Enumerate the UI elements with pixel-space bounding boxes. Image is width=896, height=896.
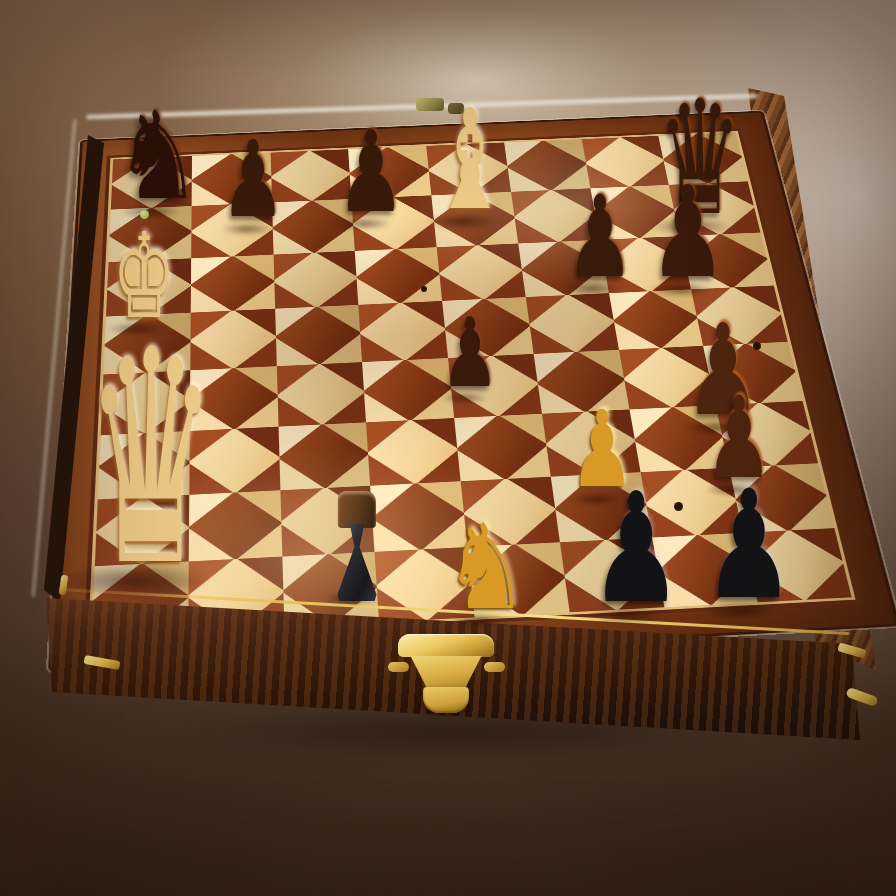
clasp-plate: [398, 634, 494, 657]
bishop-glyph: ♝: [432, 95, 509, 226]
square-c5[interactable]: [275, 305, 363, 366]
square-d3[interactable]: [366, 418, 460, 486]
goblet-stem: [331, 524, 382, 601]
clasp-body: [398, 656, 494, 688]
wood-knot: [753, 342, 761, 350]
wood-knot: [674, 502, 683, 511]
goblet-cup: [338, 491, 376, 528]
pawn-glyph: ♟: [441, 308, 500, 399]
pawn-glyph: ♟: [703, 474, 794, 617]
knight-glyph: ♞: [444, 511, 529, 623]
pawn-glyph: ♟: [590, 477, 683, 621]
pawn-glyph: ♟: [337, 119, 406, 226]
square-c3[interactable]: [278, 422, 370, 490]
clasp-foot: [423, 687, 469, 713]
knight-glyph: ♞: [114, 99, 202, 215]
pawn-glyph: ♟: [650, 173, 727, 293]
queen-glyph: ♛: [85, 319, 217, 599]
brass-clasp-icon[interactable]: [398, 632, 496, 724]
wood-knot: [421, 286, 427, 292]
clasp-wing: [388, 662, 409, 672]
goblet-piece-body: [324, 491, 390, 601]
square-e6[interactable]: [437, 243, 526, 301]
pawn-glyph: ♟: [566, 184, 635, 291]
clasp-wing: [484, 662, 505, 672]
square-c6[interactable]: [273, 251, 358, 309]
square-d6[interactable]: [355, 247, 442, 305]
square-c4[interactable]: [276, 362, 366, 426]
chess-photo-scene: ♞♟♟♝♛♟♟♚♟♟♟♟♛♞♟♟: [0, 0, 896, 896]
pawn-glyph: ♟: [221, 130, 286, 231]
king-finial: [140, 210, 149, 219]
square-e3[interactable]: [454, 414, 550, 481]
square-d5[interactable]: [359, 301, 448, 362]
